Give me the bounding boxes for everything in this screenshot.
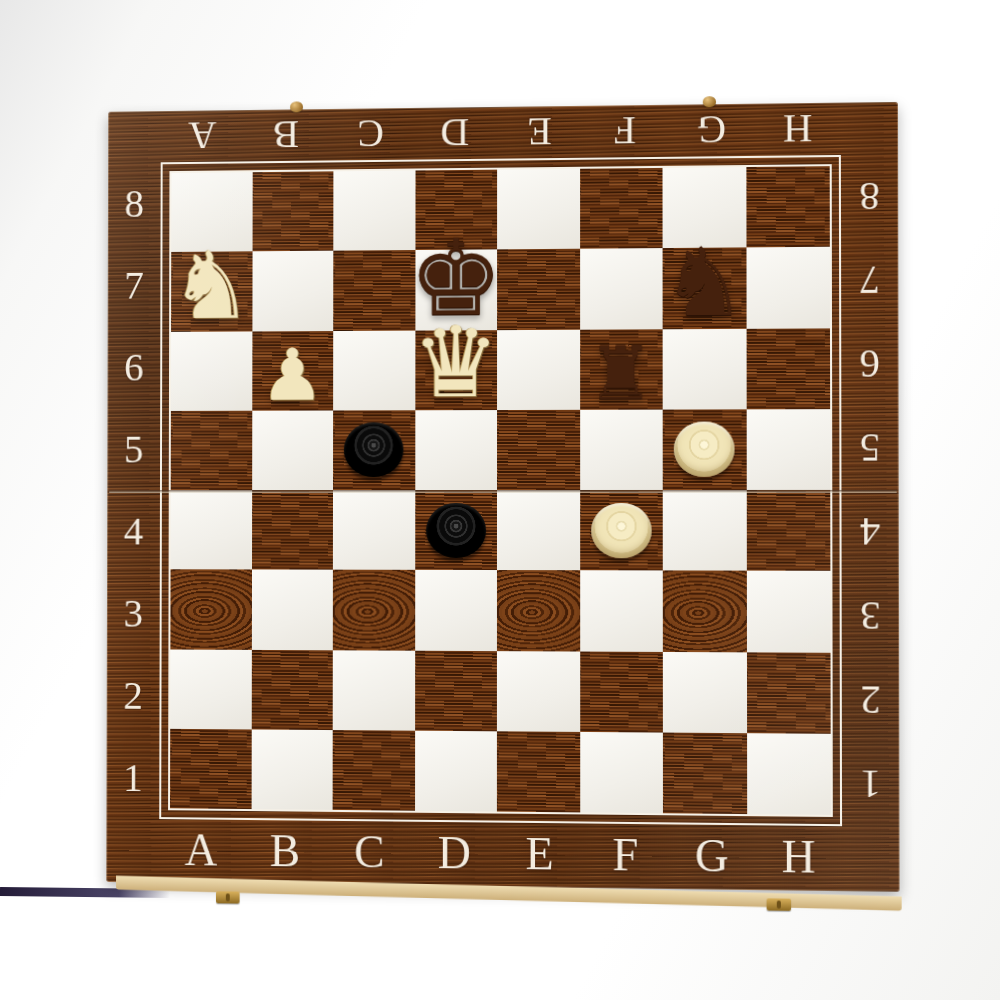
board-square-c8[interactable] xyxy=(333,170,415,250)
file-label-bottom-G: G xyxy=(669,828,756,887)
file-label-top-F: F xyxy=(582,106,668,156)
white-queen[interactable]: ♛ xyxy=(412,316,500,409)
rank-label-right-5: 5 xyxy=(841,406,898,490)
board-square-d4[interactable] xyxy=(415,490,497,570)
board-square-e6[interactable] xyxy=(497,329,580,410)
board-square-e3[interactable] xyxy=(497,570,580,651)
file-label-top-A: A xyxy=(161,112,245,161)
rank-label-right-3: 3 xyxy=(842,574,899,658)
board-square-b4[interactable] xyxy=(252,490,333,570)
board-square-h8[interactable] xyxy=(746,166,830,247)
board-frame-inner: ♞♚♞♟♛♜ xyxy=(168,164,833,817)
board-square-g6[interactable] xyxy=(663,328,747,409)
rank-label-right-2: 2 xyxy=(842,658,900,743)
board-square-c4[interactable] xyxy=(333,490,415,570)
board-square-g3[interactable] xyxy=(663,571,747,652)
white-checker[interactable] xyxy=(591,503,651,558)
board-square-c6[interactable] xyxy=(333,330,415,410)
chess-board: ABCDEFGH 87654321 ♞♚♞♟♛♜ 87654321 ABCDEF… xyxy=(106,102,899,892)
board-square-d5[interactable] xyxy=(415,410,497,490)
rank-label-right-8: 8 xyxy=(841,154,898,238)
board-square-b2[interactable] xyxy=(251,649,333,729)
board-square-c3[interactable] xyxy=(333,570,415,650)
file-label-bottom-H: H xyxy=(755,829,842,888)
rank-labels-left: 87654321 xyxy=(106,162,160,819)
board-square-f3[interactable] xyxy=(580,570,663,651)
white-pawn[interactable]: ♟ xyxy=(261,341,325,409)
black-rook[interactable]: ♜ xyxy=(588,338,655,409)
board-square-f8[interactable] xyxy=(580,168,663,249)
board-square-c5[interactable] xyxy=(333,410,415,490)
file-label-bottom-F: F xyxy=(582,827,668,885)
file-label-bottom-B: B xyxy=(243,823,327,881)
board-square-c1[interactable] xyxy=(333,730,415,811)
black-checker[interactable] xyxy=(426,503,486,558)
board-square-a7[interactable]: ♞ xyxy=(171,252,252,332)
rank-label-right-4: 4 xyxy=(841,490,898,574)
rank-label-left-6: 6 xyxy=(107,326,160,408)
board-frame: ♞♚♞♟♛♜ xyxy=(159,155,842,826)
board-square-f1[interactable] xyxy=(580,732,663,814)
brass-hinge-left xyxy=(216,891,240,903)
board-square-f2[interactable] xyxy=(580,651,663,732)
rank-label-left-1: 1 xyxy=(106,736,159,819)
rank-label-left-2: 2 xyxy=(107,654,160,737)
file-label-top-H: H xyxy=(754,104,841,154)
board-square-e8[interactable] xyxy=(497,169,580,250)
board-square-e2[interactable] xyxy=(497,651,580,732)
board-square-g5[interactable] xyxy=(663,409,747,490)
board-square-h3[interactable] xyxy=(746,571,830,652)
black-knight[interactable]: ♞ xyxy=(662,238,747,328)
board-square-a2[interactable] xyxy=(170,649,251,729)
rank-label-left-7: 7 xyxy=(108,244,161,326)
rank-label-left-4: 4 xyxy=(107,490,160,572)
board-square-h1[interactable] xyxy=(747,733,831,815)
file-label-top-G: G xyxy=(668,105,754,155)
board-square-g1[interactable] xyxy=(663,732,747,814)
board-square-d2[interactable] xyxy=(415,650,497,731)
rank-label-left-3: 3 xyxy=(107,572,160,654)
board-square-b1[interactable] xyxy=(251,729,333,810)
rank-label-right-1: 1 xyxy=(842,742,900,827)
board-square-h7[interactable] xyxy=(746,247,830,328)
board-square-a6[interactable] xyxy=(171,331,252,411)
board-square-a4[interactable] xyxy=(171,490,252,570)
brass-hinge-right xyxy=(767,898,791,910)
rank-label-right-6: 6 xyxy=(841,322,898,406)
rank-label-left-8: 8 xyxy=(108,162,161,244)
board-square-a5[interactable] xyxy=(171,410,252,490)
board-square-b3[interactable] xyxy=(251,570,333,650)
board-square-c2[interactable] xyxy=(333,650,415,731)
file-label-bottom-E: E xyxy=(497,826,583,884)
board-square-f5[interactable] xyxy=(580,409,663,490)
board-square-e4[interactable] xyxy=(497,490,580,570)
board-square-d6[interactable]: ♛ xyxy=(415,330,497,410)
rank-labels-right: 87654321 xyxy=(841,154,900,826)
board-square-g4[interactable] xyxy=(663,490,747,571)
file-label-top-E: E xyxy=(497,107,582,157)
board-square-b7[interactable] xyxy=(252,251,333,331)
board-square-d3[interactable] xyxy=(415,570,497,651)
board-square-h2[interactable] xyxy=(746,652,830,734)
rank-label-left-5: 5 xyxy=(107,408,160,490)
file-label-bottom-D: D xyxy=(412,825,497,883)
board-square-e1[interactable] xyxy=(497,731,580,812)
board-square-h4[interactable] xyxy=(746,490,830,571)
board-grid: ♞♚♞♟♛♜ xyxy=(170,166,831,815)
board-square-h6[interactable] xyxy=(746,328,830,409)
board-square-a1[interactable] xyxy=(170,729,251,809)
board-square-e5[interactable] xyxy=(497,410,580,490)
file-labels-top: ABCDEFGH xyxy=(161,103,841,163)
board-square-d1[interactable] xyxy=(415,730,497,811)
board-square-f4[interactable] xyxy=(580,490,663,571)
board-square-b6[interactable]: ♟ xyxy=(252,331,333,411)
file-label-top-D: D xyxy=(412,108,497,158)
file-label-bottom-A: A xyxy=(159,823,243,881)
board-square-f7[interactable] xyxy=(580,248,663,329)
board-square-a3[interactable] xyxy=(170,570,251,650)
file-label-bottom-C: C xyxy=(327,824,412,882)
black-checker[interactable] xyxy=(344,423,404,478)
white-knight[interactable]: ♞ xyxy=(170,242,253,331)
board-square-f6[interactable]: ♜ xyxy=(580,329,663,410)
board-square-h5[interactable] xyxy=(746,409,830,490)
board-square-b8[interactable] xyxy=(252,171,333,251)
file-label-top-C: C xyxy=(328,109,412,159)
board-square-e7[interactable] xyxy=(497,249,580,330)
board-square-c7[interactable] xyxy=(333,250,415,330)
rank-label-right-7: 7 xyxy=(841,238,898,322)
board-square-g2[interactable] xyxy=(663,651,747,732)
file-label-top-B: B xyxy=(244,110,328,159)
board-square-g7[interactable]: ♞ xyxy=(663,248,747,329)
board-square-b5[interactable] xyxy=(252,410,333,490)
white-checker[interactable] xyxy=(674,422,735,477)
